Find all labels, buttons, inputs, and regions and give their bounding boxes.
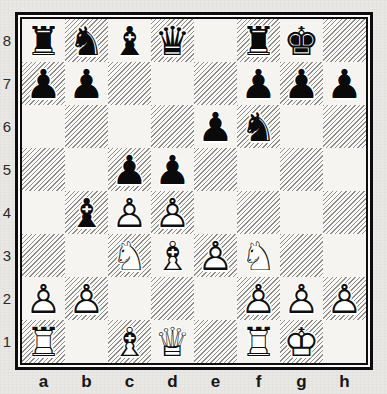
square-e6[interactable]: ♟ bbox=[194, 105, 237, 148]
square-g5[interactable] bbox=[280, 148, 323, 191]
board-frame: ♜♞♝♛♜♚♟♟♟♟♟♟♞♟♟♝♟♙♟♙♞♘♝♗♟♙♞♘♟♙♟♙♟♙♟♙♟♙♜♖… bbox=[15, 12, 373, 370]
rank-label-2: 2 bbox=[0, 277, 14, 320]
piece-black-pawn: ♟ bbox=[151, 148, 194, 191]
rank-label-8: 8 bbox=[0, 19, 14, 62]
square-e2[interactable] bbox=[194, 277, 237, 320]
piece-white-bishop: ♝♗ bbox=[108, 320, 151, 363]
piece-white-pawn: ♟♙ bbox=[22, 277, 65, 320]
file-label-f: f bbox=[237, 371, 280, 393]
piece-white-king: ♚♔ bbox=[280, 320, 323, 363]
rank-label-1: 1 bbox=[0, 320, 14, 363]
square-f7[interactable]: ♟ bbox=[237, 62, 280, 105]
board-border: ♜♞♝♛♜♚♟♟♟♟♟♟♞♟♟♝♟♙♟♙♞♘♝♗♟♙♞♘♟♙♟♙♟♙♟♙♟♙♜♖… bbox=[20, 17, 368, 365]
square-f4[interactable] bbox=[237, 191, 280, 234]
square-h1[interactable] bbox=[323, 320, 366, 363]
square-f2[interactable]: ♟♙ bbox=[237, 277, 280, 320]
file-label-d: d bbox=[151, 371, 194, 393]
square-f8[interactable]: ♜ bbox=[237, 19, 280, 62]
square-d4[interactable]: ♟♙ bbox=[151, 191, 194, 234]
piece-black-pawn: ♟ bbox=[22, 62, 65, 105]
square-d1[interactable]: ♛♕ bbox=[151, 320, 194, 363]
square-d8[interactable]: ♛ bbox=[151, 19, 194, 62]
piece-white-pawn: ♟♙ bbox=[108, 191, 151, 234]
square-b6[interactable] bbox=[65, 105, 108, 148]
square-f1[interactable]: ♜♖ bbox=[237, 320, 280, 363]
square-a2[interactable]: ♟♙ bbox=[22, 277, 65, 320]
piece-white-pawn: ♟♙ bbox=[323, 277, 366, 320]
square-g6[interactable] bbox=[280, 105, 323, 148]
piece-black-pawn: ♟ bbox=[65, 62, 108, 105]
square-d5[interactable]: ♟ bbox=[151, 148, 194, 191]
file-label-b: b bbox=[65, 371, 108, 393]
file-label-a: a bbox=[22, 371, 65, 393]
square-d3[interactable]: ♝♗ bbox=[151, 234, 194, 277]
square-f5[interactable] bbox=[237, 148, 280, 191]
piece-black-knight: ♞ bbox=[65, 19, 108, 62]
piece-white-pawn: ♟♙ bbox=[280, 277, 323, 320]
rank-labels: 87654321 bbox=[0, 19, 14, 363]
square-g3[interactable] bbox=[280, 234, 323, 277]
square-e3[interactable]: ♟♙ bbox=[194, 234, 237, 277]
square-h2[interactable]: ♟♙ bbox=[323, 277, 366, 320]
square-h6[interactable] bbox=[323, 105, 366, 148]
piece-black-pawn: ♟ bbox=[108, 148, 151, 191]
piece-white-pawn: ♟♙ bbox=[237, 277, 280, 320]
square-c7[interactable] bbox=[108, 62, 151, 105]
square-d7[interactable] bbox=[151, 62, 194, 105]
piece-white-pawn: ♟♙ bbox=[65, 277, 108, 320]
piece-black-rook: ♜ bbox=[22, 19, 65, 62]
file-label-e: e bbox=[194, 371, 237, 393]
square-h5[interactable] bbox=[323, 148, 366, 191]
rank-label-5: 5 bbox=[0, 148, 14, 191]
square-e7[interactable] bbox=[194, 62, 237, 105]
piece-black-queen: ♛ bbox=[151, 19, 194, 62]
square-e8[interactable] bbox=[194, 19, 237, 62]
square-e1[interactable] bbox=[194, 320, 237, 363]
piece-white-knight: ♞♘ bbox=[108, 234, 151, 277]
piece-white-rook: ♜♖ bbox=[237, 320, 280, 363]
square-a4[interactable] bbox=[22, 191, 65, 234]
piece-black-bishop: ♝ bbox=[108, 19, 151, 62]
square-g1[interactable]: ♚♔ bbox=[280, 320, 323, 363]
piece-white-queen: ♛♕ bbox=[151, 320, 194, 363]
piece-black-pawn: ♟ bbox=[323, 62, 366, 105]
piece-black-rook: ♜ bbox=[237, 19, 280, 62]
square-h4[interactable] bbox=[323, 191, 366, 234]
piece-white-bishop: ♝♗ bbox=[151, 234, 194, 277]
piece-white-knight: ♞♘ bbox=[237, 234, 280, 277]
square-c6[interactable] bbox=[108, 105, 151, 148]
file-label-g: g bbox=[280, 371, 323, 393]
piece-black-knight: ♞ bbox=[237, 105, 280, 148]
rank-label-3: 3 bbox=[0, 234, 14, 277]
square-d2[interactable] bbox=[151, 277, 194, 320]
square-f3[interactable]: ♞♘ bbox=[237, 234, 280, 277]
rank-label-7: 7 bbox=[0, 62, 14, 105]
square-c1[interactable]: ♝♗ bbox=[108, 320, 151, 363]
file-labels: abcdefgh bbox=[22, 371, 366, 393]
piece-black-pawn: ♟ bbox=[194, 105, 237, 148]
square-a7[interactable]: ♟ bbox=[22, 62, 65, 105]
square-g2[interactable]: ♟♙ bbox=[280, 277, 323, 320]
square-b7[interactable]: ♟ bbox=[65, 62, 108, 105]
square-h3[interactable] bbox=[323, 234, 366, 277]
square-b2[interactable]: ♟♙ bbox=[65, 277, 108, 320]
piece-black-pawn: ♟ bbox=[237, 62, 280, 105]
square-c2[interactable] bbox=[108, 277, 151, 320]
square-a8[interactable]: ♜ bbox=[22, 19, 65, 62]
square-a5[interactable] bbox=[22, 148, 65, 191]
square-h7[interactable]: ♟ bbox=[323, 62, 366, 105]
rank-label-6: 6 bbox=[0, 105, 14, 148]
square-g4[interactable] bbox=[280, 191, 323, 234]
square-b4[interactable]: ♝ bbox=[65, 191, 108, 234]
file-label-h: h bbox=[323, 371, 366, 393]
board: ♜♞♝♛♜♚♟♟♟♟♟♟♞♟♟♝♟♙♟♙♞♘♝♗♟♙♞♘♟♙♟♙♟♙♟♙♟♙♜♖… bbox=[22, 19, 366, 363]
square-g8[interactable]: ♚ bbox=[280, 19, 323, 62]
square-h8[interactable] bbox=[323, 19, 366, 62]
piece-white-pawn: ♟♙ bbox=[194, 234, 237, 277]
square-c3[interactable]: ♞♘ bbox=[108, 234, 151, 277]
piece-white-rook: ♜♖ bbox=[22, 320, 65, 363]
piece-white-pawn: ♟♙ bbox=[151, 191, 194, 234]
square-a1[interactable]: ♜♖ bbox=[22, 320, 65, 363]
square-d6[interactable] bbox=[151, 105, 194, 148]
square-b1[interactable] bbox=[65, 320, 108, 363]
square-e4[interactable] bbox=[194, 191, 237, 234]
piece-black-king: ♚ bbox=[280, 19, 323, 62]
square-f6[interactable]: ♞ bbox=[237, 105, 280, 148]
square-c8[interactable]: ♝ bbox=[108, 19, 151, 62]
square-b3[interactable] bbox=[65, 234, 108, 277]
chess-diagram: 87654321 ♜♞♝♛♜♚♟♟♟♟♟♟♞♟♟♝♟♙♟♙♞♘♝♗♟♙♞♘♟♙♟… bbox=[0, 0, 387, 394]
square-c5[interactable]: ♟ bbox=[108, 148, 151, 191]
square-c4[interactable]: ♟♙ bbox=[108, 191, 151, 234]
piece-black-pawn: ♟ bbox=[280, 62, 323, 105]
square-a3[interactable] bbox=[22, 234, 65, 277]
square-b5[interactable] bbox=[65, 148, 108, 191]
square-b8[interactable]: ♞ bbox=[65, 19, 108, 62]
square-e5[interactable] bbox=[194, 148, 237, 191]
square-g7[interactable]: ♟ bbox=[280, 62, 323, 105]
piece-black-bishop: ♝ bbox=[65, 191, 108, 234]
file-label-c: c bbox=[108, 371, 151, 393]
square-a6[interactable] bbox=[22, 105, 65, 148]
rank-label-4: 4 bbox=[0, 191, 14, 234]
